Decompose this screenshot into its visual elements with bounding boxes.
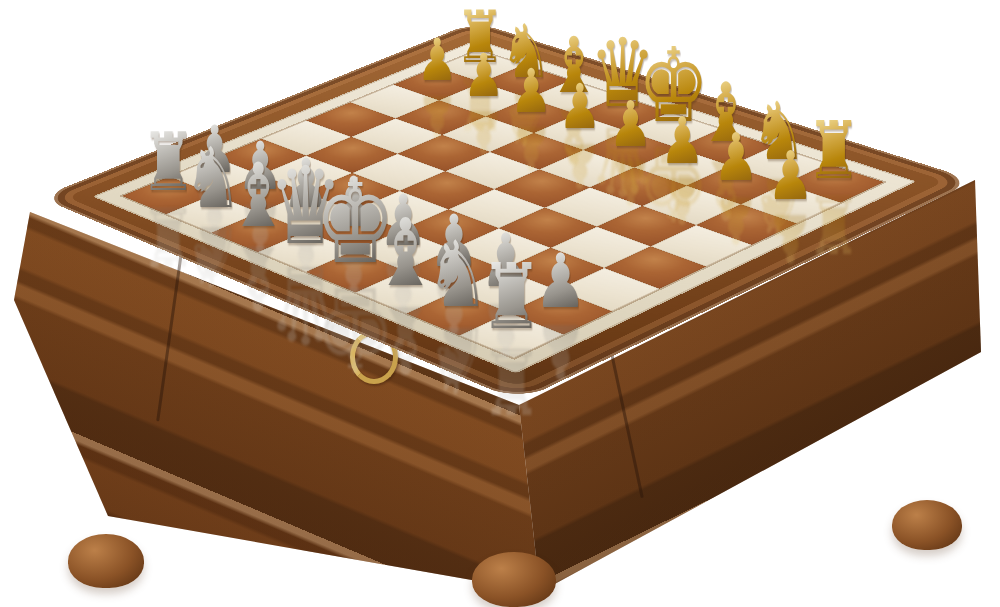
bun-foot [472, 552, 556, 607]
black-pawn-icon: ♟ [417, 34, 458, 88]
piece-reflection: ♟ [461, 103, 507, 146]
black-pawn-icon: ♟ [558, 79, 601, 136]
black-pawn-icon: ♟ [510, 119, 552, 175]
black-pawn-icon: ♟ [660, 171, 705, 230]
black-pawn-icon: ♟ [767, 207, 814, 269]
black-pawn-icon: ♟ [713, 189, 759, 250]
piece-reflection: ♟ [764, 207, 816, 255]
piece-white-rook[interactable]: ♜♜ [476, 274, 547, 339]
bun-foot [68, 534, 144, 588]
piece-black-pawn[interactable]: ♟♟ [606, 108, 655, 153]
black-pawn-icon: ♟ [713, 128, 759, 189]
piece-reflection: ♟ [710, 189, 761, 236]
piece-black-pawn[interactable]: ♟♟ [556, 91, 604, 136]
black-pawn-icon: ♟ [767, 146, 814, 208]
piece-black-pawn[interactable]: ♟♟ [764, 159, 816, 207]
white-rook-icon: ♜ [479, 339, 543, 423]
black-pawn-icon: ♟ [417, 88, 458, 142]
black-pawn-icon: ♟ [510, 64, 552, 120]
black-pawn-icon: ♟ [660, 111, 705, 170]
piece-reflection: ♜ [476, 339, 547, 404]
black-pawn-icon: ♟ [608, 153, 652, 211]
piece-black-pawn[interactable]: ♟♟ [657, 124, 707, 170]
chess-set-photo: ♜♜♞♞♝♝♛♛♚♚♝♝♞♞♜♜♟♟♟♟♟♟♟♟♟♟♟♟♟♟♟♟♟♟♟♟♟♟♟♟… [0, 0, 1000, 607]
piece-black-pawn[interactable]: ♟♟ [415, 46, 460, 88]
black-pawn-icon: ♟ [463, 103, 505, 158]
piece-black-pawn[interactable]: ♟♟ [710, 141, 761, 188]
black-pawn-icon: ♟ [558, 136, 601, 193]
piece-black-pawn[interactable]: ♟♟ [461, 60, 507, 103]
piece-reflection: ♟ [556, 136, 604, 181]
piece-reflection: ♟ [657, 171, 707, 217]
piece-black-pawn[interactable]: ♟♟ [508, 76, 555, 120]
black-pawn-icon: ♟ [463, 49, 505, 104]
piece-reflection: ♟ [508, 119, 555, 163]
piece-reflection: ♟ [415, 88, 460, 130]
piece-reflection: ♟ [606, 153, 655, 198]
black-pawn-icon: ♟ [608, 95, 652, 153]
bun-foot [892, 500, 962, 550]
white-rook-icon: ♜ [479, 255, 543, 339]
